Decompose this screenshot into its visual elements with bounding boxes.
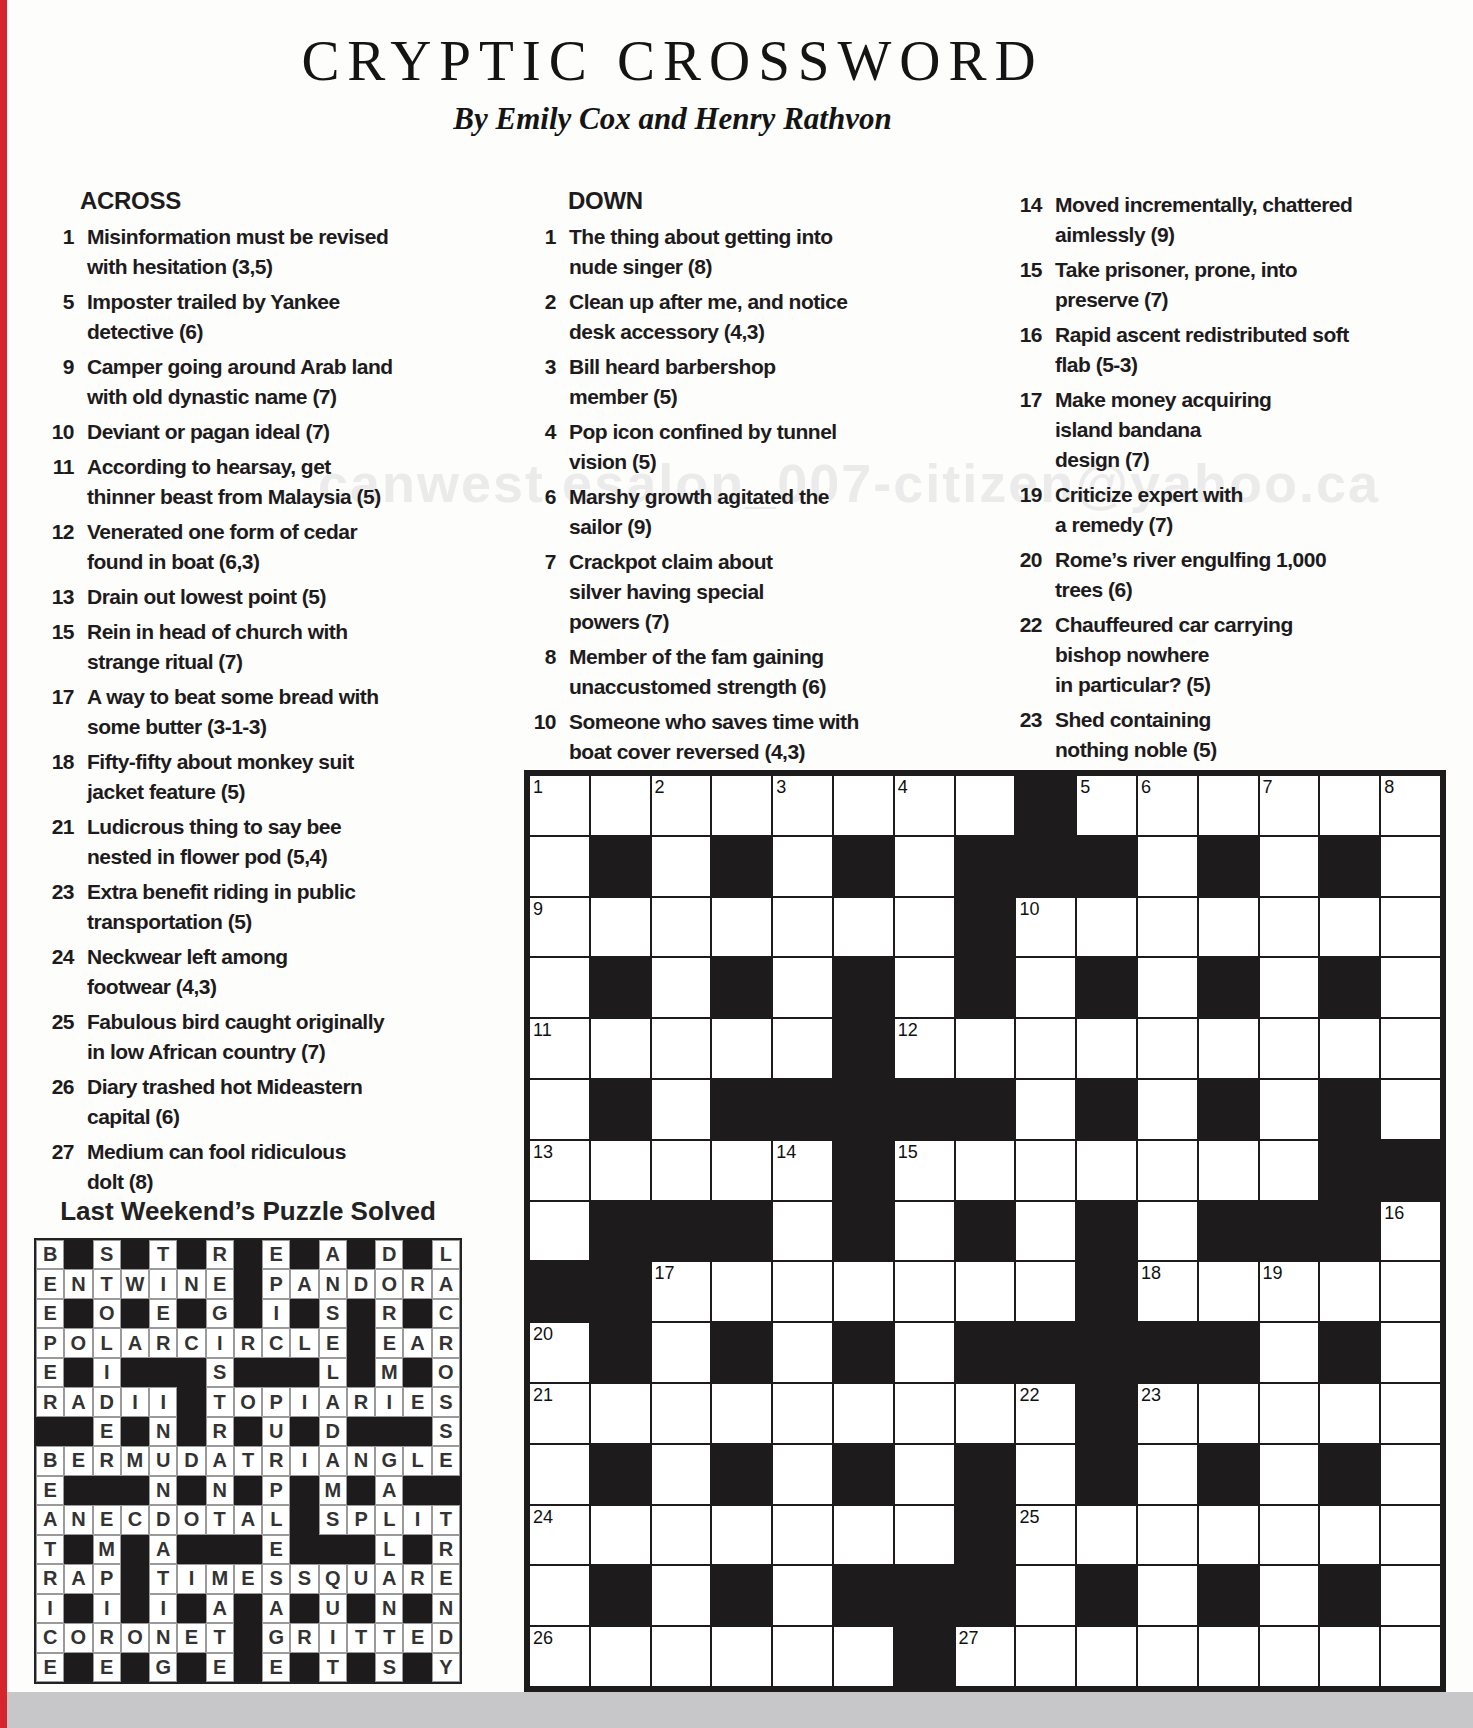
solved-black-cell: [234, 1535, 262, 1564]
grid-cell-r15c2[interactable]: [590, 1626, 651, 1687]
clue-across-27: 27Medium can fool ridiculous dolt (8): [46, 1137, 496, 1197]
grid-cell-r14c5[interactable]: [772, 1565, 833, 1626]
grid-cell-r7c10[interactable]: [1076, 1140, 1137, 1201]
page-title: CRYPTIC CROSSWORD: [0, 28, 1345, 93]
grid-cell-r2c3[interactable]: [651, 836, 712, 897]
solved-black-cell: [234, 1358, 262, 1387]
solved-letter-cell: G: [206, 1299, 234, 1328]
black-cell: [1076, 1444, 1137, 1505]
clue-across-13: 13Drain out lowest point (5): [46, 582, 496, 612]
black-cell: [955, 1444, 1016, 1505]
black-cell: [955, 1565, 1016, 1626]
grid-cell-r11c2[interactable]: [590, 1383, 651, 1444]
grid-cell-r14c13[interactable]: [1259, 1565, 1320, 1626]
grid-cell-r8c5[interactable]: [772, 1201, 833, 1262]
clue-text: Criticize expert with a remedy (7): [1055, 480, 1243, 540]
solved-letter-cell: I: [36, 1594, 64, 1623]
grid-cell-r5c4[interactable]: [711, 1018, 772, 1079]
solved-letter-cell: S: [375, 1653, 403, 1682]
grid-cell-r6c15[interactable]: [1380, 1079, 1441, 1140]
grid-cell-r5c2[interactable]: [590, 1018, 651, 1079]
clue-across-25: 25Fabulous bird caught originally in low…: [46, 1007, 496, 1067]
grid-cell-r5c12[interactable]: [1198, 1018, 1259, 1079]
grid-cell-r13c1[interactable]: 24: [529, 1505, 590, 1566]
grid-cell-r6c3[interactable]: [651, 1079, 712, 1140]
grid-cell-r5c14[interactable]: [1319, 1018, 1380, 1079]
solved-letter-cell: O: [432, 1358, 460, 1387]
solved-black-cell: [347, 1417, 375, 1446]
grid-cell-r2c15[interactable]: [1380, 836, 1441, 897]
solved-letter-cell: O: [93, 1299, 121, 1328]
grid-cell-r10c7[interactable]: [894, 1322, 955, 1383]
solved-letter-cell: R: [93, 1446, 121, 1475]
clue-across-26: 26Diary trashed hot Mideastern capital (…: [46, 1072, 496, 1132]
cell-number-20: 20: [533, 1324, 553, 1344]
grid-cell-r15c12[interactable]: [1198, 1626, 1259, 1687]
solved-letter-cell: B: [36, 1240, 64, 1269]
grid-cell-r10c3[interactable]: [651, 1322, 712, 1383]
grid-cell-r9c6[interactable]: [833, 1261, 894, 1322]
grid-cell-r3c1[interactable]: 9: [529, 897, 590, 958]
grid-cell-r9c12[interactable]: [1198, 1261, 1259, 1322]
solved-letter-cell: E: [36, 1269, 64, 1298]
grid-cell-r5c7[interactable]: 12: [894, 1018, 955, 1079]
grid-cell-r9c8[interactable]: [955, 1261, 1016, 1322]
solved-letter-cell: I: [375, 1387, 403, 1416]
grid-cell-r1c8[interactable]: [955, 775, 1016, 836]
grid-cell-r4c5[interactable]: [772, 957, 833, 1018]
solved-black-cell: [403, 1594, 431, 1623]
solved-letter-cell: R: [234, 1328, 262, 1357]
newspaper-page: canwest esalon_007-citizen@yahoo.ca CRYP…: [0, 0, 1473, 1728]
grid-cell-r13c14[interactable]: [1319, 1505, 1380, 1566]
clue-down-15: 15Take prisoner, prone, into preserve (7…: [1002, 255, 1442, 315]
grid-cell-r7c13[interactable]: [1259, 1140, 1320, 1201]
grid-cell-r1c15[interactable]: 8: [1380, 775, 1441, 836]
grid-cell-r3c5[interactable]: [772, 897, 833, 958]
grid-cell-r15c15[interactable]: [1380, 1626, 1441, 1687]
clue-down-1: 1The thing about getting into nude singe…: [516, 222, 956, 282]
solved-letter-cell: P: [262, 1387, 290, 1416]
black-cell: [833, 1201, 894, 1262]
grid-cell-r1c1[interactable]: 1: [529, 775, 590, 836]
grid-cell-r11c12[interactable]: [1198, 1383, 1259, 1444]
cell-number-4: 4: [898, 777, 908, 797]
grid-cell-r4c11[interactable]: [1137, 957, 1198, 1018]
black-cell: [955, 897, 1016, 958]
grid-cell-r15c13[interactable]: [1259, 1626, 1320, 1687]
grid-cell-r6c13[interactable]: [1259, 1079, 1320, 1140]
solved-black-cell: [64, 1594, 92, 1623]
grid-cell-r4c15[interactable]: [1380, 957, 1441, 1018]
grid-cell-r13c10[interactable]: [1076, 1505, 1137, 1566]
solved-letter-cell: D: [347, 1269, 375, 1298]
cell-number-23: 23: [1141, 1385, 1161, 1405]
grid-cell-r15c1[interactable]: 26: [529, 1626, 590, 1687]
grid-cell-r9c3[interactable]: 17: [651, 1261, 712, 1322]
grid-cell-r3c14[interactable]: [1319, 897, 1380, 958]
solved-letter-cell: R: [206, 1240, 234, 1269]
grid-cell-r11c11[interactable]: 23: [1137, 1383, 1198, 1444]
black-cell: [590, 957, 651, 1018]
solved-letter-cell: U: [149, 1446, 177, 1475]
grid-cell-r9c4[interactable]: [711, 1261, 772, 1322]
solved-letter-cell: A: [319, 1446, 347, 1475]
clue-text: Diary trashed hot Mideastern capital (6): [87, 1072, 362, 1132]
grid-cell-r3c2[interactable]: [590, 897, 651, 958]
solved-letter-cell: Q: [319, 1564, 347, 1593]
cell-number-7: 7: [1263, 777, 1273, 797]
grid-cell-r11c5[interactable]: [772, 1383, 833, 1444]
grid-cell-r1c6[interactable]: [833, 775, 894, 836]
grid-cell-r11c4[interactable]: [711, 1383, 772, 1444]
cell-number-9: 9: [533, 899, 543, 919]
grid-cell-r3c3[interactable]: [651, 897, 712, 958]
grid-cell-r4c7[interactable]: [894, 957, 955, 1018]
grid-cell-r12c7[interactable]: [894, 1444, 955, 1505]
grid-cell-r1c10[interactable]: 5: [1076, 775, 1137, 836]
clue-down-2: 2Clean up after me, and notice desk acce…: [516, 287, 956, 347]
grid-cell-r5c10[interactable]: [1076, 1018, 1137, 1079]
grid-cell-r9c15[interactable]: [1380, 1261, 1441, 1322]
grid-cell-r5c13[interactable]: [1259, 1018, 1320, 1079]
clue-text: Medium can fool ridiculous dolt (8): [87, 1137, 346, 1197]
grid-cell-r9c11[interactable]: 18: [1137, 1261, 1198, 1322]
clue-text: Pop icon confined by tunnel vision (5): [569, 417, 837, 477]
grid-cell-r15c5[interactable]: [772, 1626, 833, 1687]
grid-cell-r5c15[interactable]: [1380, 1018, 1441, 1079]
clue-text: Deviant or pagan ideal (7): [87, 417, 330, 447]
solved-letter-cell: M: [121, 1446, 149, 1475]
solved-letter-cell: O: [177, 1505, 205, 1534]
solved-letter-cell: S: [432, 1417, 460, 1446]
grid-cell-r13c9[interactable]: 25: [1015, 1505, 1076, 1566]
grid-cell-r13c7[interactable]: [894, 1505, 955, 1566]
solved-black-cell: [290, 1240, 318, 1269]
grid-cell-r12c13[interactable]: [1259, 1444, 1320, 1505]
grid-cell-r14c11[interactable]: [1137, 1565, 1198, 1626]
clue-text: Chauffeured car carrying bishop nowhere …: [1055, 610, 1293, 700]
solved-letter-cell: L: [290, 1328, 318, 1357]
grid-cell-r8c15[interactable]: 16: [1380, 1201, 1441, 1262]
grid-cell-r12c3[interactable]: [651, 1444, 712, 1505]
clue-text: Misinformation must be revised with hesi…: [87, 222, 388, 282]
solved-letter-cell: I: [403, 1505, 431, 1534]
grid-cell-r1c11[interactable]: 6: [1137, 775, 1198, 836]
solved-black-cell: [177, 1653, 205, 1682]
solved-letter-cell: A: [375, 1564, 403, 1593]
black-cell: [955, 1201, 1016, 1262]
grid-cell-r3c13[interactable]: [1259, 897, 1320, 958]
grid-cell-r13c4[interactable]: [711, 1505, 772, 1566]
grid-cell-r7c2[interactable]: [590, 1140, 651, 1201]
grid-cell-r13c5[interactable]: [772, 1505, 833, 1566]
grid-cell-r1c7[interactable]: 4: [894, 775, 955, 836]
black-cell: [1319, 1140, 1380, 1201]
clue-text: Fifty-fifty about monkey suit jacket fea…: [87, 747, 354, 807]
grid-cell-r1c2[interactable]: [590, 775, 651, 836]
black-cell: [1076, 1079, 1137, 1140]
solved-letter-cell: U: [347, 1564, 375, 1593]
solved-black-cell: [290, 1594, 318, 1623]
grid-cell-r15c3[interactable]: [651, 1626, 712, 1687]
clue-across-21: 21Ludicrous thing to say bee nested in f…: [46, 812, 496, 872]
clue-down-8: 8Member of the fam gaining unaccustomed …: [516, 642, 956, 702]
grid-cell-r10c15[interactable]: [1380, 1322, 1441, 1383]
grid-cell-r7c7[interactable]: 15: [894, 1140, 955, 1201]
grid-cell-r15c8[interactable]: 27: [955, 1626, 1016, 1687]
grid-cell-r3c6[interactable]: [833, 897, 894, 958]
clue-across-11: 11According to hearsay, get thinner beas…: [46, 452, 496, 512]
clue-down-10: 10Someone who saves time with boat cover…: [516, 707, 956, 767]
grid-cell-r11c3[interactable]: [651, 1383, 712, 1444]
grid-cell-r1c4[interactable]: [711, 775, 772, 836]
black-cell: [651, 1201, 712, 1262]
grid-cell-r6c1[interactable]: [529, 1079, 590, 1140]
solved-black-cell: [93, 1476, 121, 1505]
grid-cell-r12c15[interactable]: [1380, 1444, 1441, 1505]
grid-cell-r1c14[interactable]: [1319, 775, 1380, 836]
grid-cell-r7c5[interactable]: 14: [772, 1140, 833, 1201]
cell-number-11: 11: [533, 1020, 552, 1040]
grid-cell-r7c8[interactable]: [955, 1140, 1016, 1201]
cell-number-21: 21: [533, 1385, 553, 1405]
solved-black-cell: [64, 1240, 92, 1269]
grid-cell-r12c1[interactable]: [529, 1444, 590, 1505]
grid-cell-r4c3[interactable]: [651, 957, 712, 1018]
black-cell: [1137, 1322, 1198, 1383]
grid-cell-r9c14[interactable]: [1319, 1261, 1380, 1322]
down-clue-column-1: DOWN 1The thing about getting into nude …: [516, 186, 956, 772]
grid-cell-r5c9[interactable]: [1015, 1018, 1076, 1079]
solved-black-cell: [347, 1358, 375, 1387]
solved-black-cell: [290, 1299, 318, 1328]
black-cell: [1076, 1201, 1137, 1262]
clue-across-12: 12Venerated one form of cedar found in b…: [46, 517, 496, 577]
grid-cell-r5c3[interactable]: [651, 1018, 712, 1079]
solved-letter-cell: I: [262, 1299, 290, 1328]
grid-cell-r7c9[interactable]: [1015, 1140, 1076, 1201]
clue-text: The thing about getting into nude singer…: [569, 222, 833, 282]
solved-letter-cell: U: [319, 1594, 347, 1623]
solved-letter-cell: S: [319, 1505, 347, 1534]
solved-letter-cell: D: [375, 1240, 403, 1269]
solved-black-cell: [64, 1299, 92, 1328]
grid-cell-r1c3[interactable]: 2: [651, 775, 712, 836]
grid-cell-r12c5[interactable]: [772, 1444, 833, 1505]
grid-cell-r14c1[interactable]: [529, 1565, 590, 1626]
grid-cell-r12c9[interactable]: [1015, 1444, 1076, 1505]
clue-text: Imposter trailed by Yankee detective (6): [87, 287, 340, 347]
grid-cell-r10c1[interactable]: 20: [529, 1322, 590, 1383]
grid-cell-r7c4[interactable]: [711, 1140, 772, 1201]
grid-cell-r4c1[interactable]: [529, 957, 590, 1018]
clue-down-23: 23Shed containing nothing noble (5): [1002, 705, 1442, 765]
solved-letter-cell: E: [149, 1299, 177, 1328]
clue-text: Drain out lowest point (5): [87, 582, 326, 612]
grid-cell-r13c13[interactable]: [1259, 1505, 1320, 1566]
grid-cell-r9c7[interactable]: [894, 1261, 955, 1322]
black-cell: [894, 1565, 955, 1626]
solved-letter-cell: E: [36, 1653, 64, 1682]
grid-cell-r7c1[interactable]: 13: [529, 1140, 590, 1201]
grid-cell-r9c5[interactable]: [772, 1261, 833, 1322]
black-cell: [833, 957, 894, 1018]
black-cell: [1076, 1261, 1137, 1322]
solved-letter-cell: A: [64, 1387, 92, 1416]
solved-letter-cell: T: [93, 1269, 121, 1298]
solved-black-cell: [177, 1476, 205, 1505]
clue-text: Take prisoner, prone, into preserve (7): [1055, 255, 1297, 315]
grid-cell-r3c10[interactable]: [1076, 897, 1137, 958]
solved-black-cell: [290, 1653, 318, 1682]
solved-letter-cell: A: [149, 1535, 177, 1564]
clue-text: Rein in head of church with strange ritu…: [87, 617, 348, 677]
clue-number: 11: [46, 452, 74, 512]
grid-cell-r9c9[interactable]: [1015, 1261, 1076, 1322]
solved-black-cell: [347, 1653, 375, 1682]
solved-black-cell: [121, 1299, 149, 1328]
grid-cell-r13c11[interactable]: [1137, 1505, 1198, 1566]
grid-cell-r3c9[interactable]: 10: [1015, 897, 1076, 958]
grid-cell-r13c3[interactable]: [651, 1505, 712, 1566]
grid-cell-r15c11[interactable]: [1137, 1626, 1198, 1687]
solved-letter-cell: M: [206, 1564, 234, 1593]
grid-cell-r14c3[interactable]: [651, 1565, 712, 1626]
clue-number: 23: [1002, 705, 1042, 765]
grid-cell-r8c1[interactable]: [529, 1201, 590, 1262]
grid-cell-r3c7[interactable]: [894, 897, 955, 958]
clue-number: 10: [46, 417, 74, 447]
grid-cell-r11c13[interactable]: [1259, 1383, 1320, 1444]
solved-black-cell: [319, 1535, 347, 1564]
grid-cell-r11c8[interactable]: [955, 1383, 1016, 1444]
cell-number-24: 24: [533, 1507, 553, 1527]
grid-cell-r5c5[interactable]: [772, 1018, 833, 1079]
grid-cell-r15c14[interactable]: [1319, 1626, 1380, 1687]
solved-letter-cell: L: [403, 1446, 431, 1475]
grid-cell-r11c1[interactable]: 21: [529, 1383, 590, 1444]
solved-letter-cell: A: [290, 1269, 318, 1298]
solved-black-cell: [432, 1476, 460, 1505]
grid-cell-r4c13[interactable]: [1259, 957, 1320, 1018]
clue-down-20: 20Rome’s river engulfing 1,000 trees (6): [1002, 545, 1442, 605]
solved-black-cell: [64, 1358, 92, 1387]
black-cell: [833, 1079, 894, 1140]
grid-cell-r1c5[interactable]: 3: [772, 775, 833, 836]
grid-cell-r2c5[interactable]: [772, 836, 833, 897]
solved-letter-cell: P: [262, 1269, 290, 1298]
grid-cell-r8c9[interactable]: [1015, 1201, 1076, 1262]
black-cell: [1076, 836, 1137, 897]
grid-cell-r2c7[interactable]: [894, 836, 955, 897]
grid-cell-r1c12[interactable]: [1198, 775, 1259, 836]
solved-letter-cell: P: [93, 1564, 121, 1593]
solved-black-cell: [290, 1535, 318, 1564]
grid-cell-r5c11[interactable]: [1137, 1018, 1198, 1079]
solved-black-cell: [121, 1417, 149, 1446]
grid-cell-r11c6[interactable]: [833, 1383, 894, 1444]
solved-letter-cell: T: [375, 1623, 403, 1652]
solved-letter-cell: U: [262, 1417, 290, 1446]
grid-cell-r2c11[interactable]: [1137, 836, 1198, 897]
grid-cell-r1c13[interactable]: 7: [1259, 775, 1320, 836]
grid-cell-r2c1[interactable]: [529, 836, 590, 897]
cell-number-17: 17: [655, 1263, 675, 1283]
grid-cell-r15c4[interactable]: [711, 1626, 772, 1687]
cell-number-3: 3: [776, 777, 786, 797]
grid-cell-r7c12[interactable]: [1198, 1140, 1259, 1201]
grid-cell-r11c15[interactable]: [1380, 1383, 1441, 1444]
grid-cell-r8c11[interactable]: [1137, 1201, 1198, 1262]
solved-letter-cell: T: [347, 1623, 375, 1652]
grid-cell-r3c11[interactable]: [1137, 897, 1198, 958]
grid-cell-r13c12[interactable]: [1198, 1505, 1259, 1566]
grid-cell-r2c13[interactable]: [1259, 836, 1320, 897]
grid-cell-r13c2[interactable]: [590, 1505, 651, 1566]
grid-cell-r14c9[interactable]: [1015, 1565, 1076, 1626]
grid-cell-r3c12[interactable]: [1198, 897, 1259, 958]
solved-black-cell: [121, 1476, 149, 1505]
grid-cell-r8c7[interactable]: [894, 1201, 955, 1262]
left-red-edge-strip: [0, 0, 7, 1728]
grid-cell-r12c11[interactable]: [1137, 1444, 1198, 1505]
black-cell: [590, 1444, 651, 1505]
clue-text: Neckwear left among footwear (4,3): [87, 942, 288, 1002]
grid-cell-r10c5[interactable]: [772, 1322, 833, 1383]
clue-text: Make money acquiring island bandana desi…: [1055, 385, 1271, 475]
grid-cell-r15c10[interactable]: [1076, 1626, 1137, 1687]
solved-black-cell: [177, 1594, 205, 1623]
solved-black-cell: [347, 1594, 375, 1623]
grid-cell-r13c15[interactable]: [1380, 1505, 1441, 1566]
solved-letter-cell: P: [347, 1505, 375, 1534]
grid-cell-r3c4[interactable]: [711, 897, 772, 958]
grid-cell-r3c15[interactable]: [1380, 897, 1441, 958]
grid-cell-r7c11[interactable]: [1137, 1140, 1198, 1201]
solved-letter-cell: N: [432, 1594, 460, 1623]
cell-number-19: 19: [1263, 1263, 1283, 1283]
solved-letter-cell: A: [206, 1594, 234, 1623]
clue-number: 19: [1002, 480, 1042, 540]
grid-cell-r11c14[interactable]: [1319, 1383, 1380, 1444]
grid-cell-r6c11[interactable]: [1137, 1079, 1198, 1140]
grid-cell-r6c9[interactable]: [1015, 1079, 1076, 1140]
clue-across-17: 17A way to beat some bread with some but…: [46, 682, 496, 742]
solved-letter-cell: E: [319, 1328, 347, 1357]
across-header: ACROSS: [46, 186, 496, 216]
grid-cell-r9c13[interactable]: 19: [1259, 1261, 1320, 1322]
grid-cell-r15c9[interactable]: [1015, 1626, 1076, 1687]
solved-black-cell: [262, 1358, 290, 1387]
grid-cell-r5c8[interactable]: [955, 1018, 1016, 1079]
grid-cell-r4c9[interactable]: [1015, 957, 1076, 1018]
solved-letter-cell: R: [93, 1623, 121, 1652]
grid-cell-r7c3[interactable]: [651, 1140, 712, 1201]
solved-letter-cell: A: [64, 1564, 92, 1593]
grid-cell-r10c13[interactable]: [1259, 1322, 1320, 1383]
clue-text: Clean up after me, and notice desk acces…: [569, 287, 847, 347]
grid-cell-r13c6[interactable]: [833, 1505, 894, 1566]
clue-across-9: 9Camper going around Arab land with old …: [46, 352, 496, 412]
solved-letter-cell: L: [432, 1240, 460, 1269]
grid-cell-r5c1[interactable]: 11: [529, 1018, 590, 1079]
solved-puzzle-caption: Last Weekend’s Puzzle Solved: [34, 1196, 462, 1227]
grid-cell-r11c7[interactable]: [894, 1383, 955, 1444]
grid-cell-r14c15[interactable]: [1380, 1565, 1441, 1626]
grid-cell-r11c9[interactable]: 22: [1015, 1383, 1076, 1444]
grid-cell-r15c6[interactable]: [833, 1626, 894, 1687]
